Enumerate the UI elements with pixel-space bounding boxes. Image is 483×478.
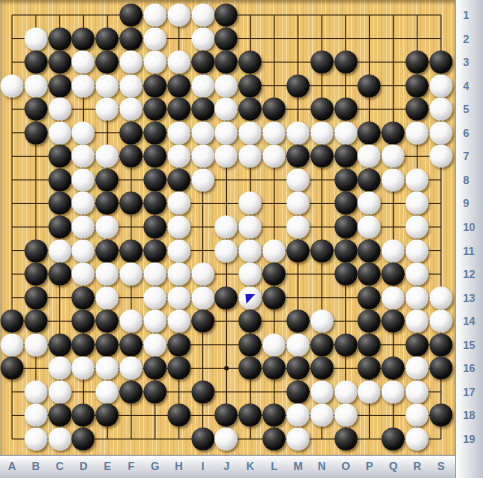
white-stone: [143, 27, 166, 50]
white-stone: [310, 380, 333, 403]
column-label: A: [8, 460, 16, 472]
black-stone: [310, 98, 333, 121]
black-stone: [263, 263, 286, 286]
black-stone: [48, 74, 71, 97]
white-stone: [406, 121, 429, 144]
black-stone: [48, 51, 71, 74]
white-stone: [286, 216, 309, 239]
black-stone: [48, 27, 71, 50]
white-stone: [143, 310, 166, 333]
black-stone: [215, 27, 238, 50]
white-stone: [239, 192, 262, 215]
black-stone: [143, 192, 166, 215]
white-stone: [286, 192, 309, 215]
black-stone: [310, 333, 333, 356]
black-stone: [120, 239, 143, 262]
black-stone: [263, 404, 286, 427]
white-stone: [358, 216, 381, 239]
row-label: 18: [463, 409, 475, 421]
black-stone: [429, 404, 452, 427]
white-stone: [358, 380, 381, 403]
black-stone: [96, 168, 119, 191]
black-stone: [334, 263, 357, 286]
black-stone: [239, 74, 262, 97]
black-stone: [239, 98, 262, 121]
black-stone: [286, 145, 309, 168]
white-stone: [167, 216, 190, 239]
black-stone: [429, 51, 452, 74]
white-stone: [72, 216, 95, 239]
column-label: L: [271, 460, 278, 472]
black-stone: [406, 333, 429, 356]
white-stone: [167, 4, 190, 27]
white-stone: [1, 74, 24, 97]
white-stone: [167, 51, 190, 74]
column-label: P: [366, 460, 373, 472]
white-stone: [143, 4, 166, 27]
black-stone: [24, 239, 47, 262]
white-stone: [334, 404, 357, 427]
white-stone: [215, 98, 238, 121]
black-stone: [215, 404, 238, 427]
black-stone: [358, 121, 381, 144]
black-stone: [48, 145, 71, 168]
black-stone: [215, 51, 238, 74]
black-stone: [382, 121, 405, 144]
column-label: Q: [389, 460, 398, 472]
row-label: 3: [463, 56, 469, 68]
black-stone: [96, 404, 119, 427]
black-stone: [167, 357, 190, 380]
black-stone: [191, 428, 214, 451]
black-stone: [48, 216, 71, 239]
column-label: M: [293, 460, 302, 472]
column-label: B: [32, 460, 40, 472]
row-label: 4: [463, 80, 469, 92]
white-stone: [263, 333, 286, 356]
white-stone: [239, 263, 262, 286]
white-stone: [72, 51, 95, 74]
white-stone: [1, 333, 24, 356]
black-stone: [334, 192, 357, 215]
black-stone: [358, 357, 381, 380]
white-stone: [406, 404, 429, 427]
white-stone: [143, 51, 166, 74]
black-stone: [96, 310, 119, 333]
white-stone: [382, 168, 405, 191]
white-stone: [48, 380, 71, 403]
column-label: E: [104, 460, 111, 472]
white-stone: [191, 4, 214, 27]
row-label: 1: [463, 9, 469, 21]
black-stone: [72, 27, 95, 50]
row-label: 14: [463, 315, 475, 327]
black-stone: [120, 4, 143, 27]
black-stone: [310, 51, 333, 74]
black-stone: [286, 74, 309, 97]
black-stone: [167, 333, 190, 356]
white-stone: [143, 286, 166, 309]
black-stone: [143, 239, 166, 262]
white-stone: [191, 168, 214, 191]
white-stone: [215, 121, 238, 144]
black-stone: [429, 357, 452, 380]
white-stone: [429, 98, 452, 121]
black-stone: [239, 51, 262, 74]
white-stone: [48, 357, 71, 380]
white-stone: [382, 145, 405, 168]
white-stone: [310, 310, 333, 333]
white-stone: [358, 145, 381, 168]
white-stone: [406, 380, 429, 403]
black-stone: [358, 168, 381, 191]
black-stone: [239, 404, 262, 427]
column-label: K: [246, 460, 254, 472]
column-label: F: [128, 460, 135, 472]
black-stone: [334, 51, 357, 74]
column-label: I: [201, 460, 204, 472]
white-stone: [96, 286, 119, 309]
row-label: 9: [463, 197, 469, 209]
white-stone: [96, 145, 119, 168]
black-stone: [358, 74, 381, 97]
white-stone: [358, 192, 381, 215]
black-stone: [48, 263, 71, 286]
black-stone: [143, 74, 166, 97]
black-stone: [24, 286, 47, 309]
black-stone: [382, 428, 405, 451]
black-stone: [167, 404, 190, 427]
white-stone: [24, 27, 47, 50]
column-label: D: [80, 460, 88, 472]
black-stone: [191, 380, 214, 403]
white-stone: [429, 74, 452, 97]
black-stone: [72, 333, 95, 356]
black-stone: [143, 98, 166, 121]
black-stone: [96, 51, 119, 74]
white-stone: [286, 428, 309, 451]
white-stone: [382, 286, 405, 309]
white-stone: [406, 192, 429, 215]
white-stone: [334, 121, 357, 144]
black-stone: [120, 27, 143, 50]
column-label: R: [413, 460, 421, 472]
white-stone: [382, 239, 405, 262]
white-stone: [167, 192, 190, 215]
white-stone: [286, 168, 309, 191]
white-stone: [96, 263, 119, 286]
black-stone: [334, 216, 357, 239]
white-stone: [215, 74, 238, 97]
black-stone: [334, 168, 357, 191]
row-coordinates-strip: 12345678910111213141516171819: [455, 0, 483, 478]
white-stone: [286, 333, 309, 356]
white-stone: [239, 145, 262, 168]
white-stone: [310, 404, 333, 427]
black-stone: [358, 286, 381, 309]
black-stone: [120, 145, 143, 168]
white-stone: [167, 310, 190, 333]
white-stone: [406, 263, 429, 286]
column-label: G: [151, 460, 160, 472]
black-stone: [191, 310, 214, 333]
black-stone: [286, 380, 309, 403]
white-stone: [120, 51, 143, 74]
black-stone: [191, 51, 214, 74]
black-stone: [24, 263, 47, 286]
white-stone: [72, 239, 95, 262]
white-stone: [263, 121, 286, 144]
black-stone: [143, 121, 166, 144]
black-stone: [1, 310, 24, 333]
column-label: N: [318, 460, 326, 472]
white-stone: [72, 74, 95, 97]
white-stone: [48, 239, 71, 262]
black-stone: [263, 357, 286, 380]
white-stone: [215, 216, 238, 239]
black-stone: [96, 239, 119, 262]
black-stone: [382, 310, 405, 333]
white-stone: [96, 74, 119, 97]
black-stone: [310, 145, 333, 168]
white-stone: [429, 310, 452, 333]
black-stone: [239, 333, 262, 356]
black-stone: [143, 380, 166, 403]
white-stone: [382, 380, 405, 403]
row-label: 7: [463, 150, 469, 162]
white-stone: [143, 333, 166, 356]
black-stone: [429, 333, 452, 356]
white-stone: [167, 121, 190, 144]
white-stone: [24, 380, 47, 403]
black-stone: [72, 286, 95, 309]
black-stone: [215, 4, 238, 27]
black-stone: [72, 310, 95, 333]
black-stone: [239, 310, 262, 333]
white-stone: [406, 286, 429, 309]
black-stone: [24, 98, 47, 121]
row-label: 10: [463, 221, 475, 233]
black-stone: [406, 74, 429, 97]
white-stone: [215, 428, 238, 451]
black-stone: [191, 98, 214, 121]
white-stone: [48, 428, 71, 451]
black-stone: [120, 121, 143, 144]
white-stone: [406, 310, 429, 333]
white-stone: [24, 333, 47, 356]
black-stone: [167, 74, 190, 97]
column-label: O: [341, 460, 350, 472]
row-label: 12: [463, 268, 475, 280]
black-stone: [24, 51, 47, 74]
white-stone: [406, 168, 429, 191]
black-stone: [406, 51, 429, 74]
black-stone: [143, 168, 166, 191]
white-stone: [406, 428, 429, 451]
black-stone: [358, 263, 381, 286]
white-stone: [24, 428, 47, 451]
black-stone: [239, 357, 262, 380]
black-stone: [406, 98, 429, 121]
white-stone: [191, 74, 214, 97]
black-stone: [358, 310, 381, 333]
black-stone: [48, 192, 71, 215]
black-stone: [215, 286, 238, 309]
black-stone: [263, 98, 286, 121]
go-board[interactable]: [0, 0, 455, 455]
white-stone: [263, 145, 286, 168]
black-stone: [310, 239, 333, 262]
row-label: 2: [463, 33, 469, 45]
black-stone: [120, 192, 143, 215]
black-stone: [358, 333, 381, 356]
black-stone: [334, 145, 357, 168]
black-stone: [24, 310, 47, 333]
white-stone: [191, 27, 214, 50]
white-stone: [215, 239, 238, 262]
white-stone: [72, 263, 95, 286]
row-label: 19: [463, 433, 475, 445]
black-stone: [143, 216, 166, 239]
white-stone: [24, 74, 47, 97]
black-stone: [286, 239, 309, 262]
white-stone: [429, 145, 452, 168]
white-stone: [406, 239, 429, 262]
white-stone: [310, 121, 333, 144]
column-label: H: [175, 460, 183, 472]
white-stone: [239, 216, 262, 239]
column-coordinates-strip: ABCDEFGHIJKLMNOPQRS: [0, 455, 455, 478]
white-stone: [72, 121, 95, 144]
white-stone: [72, 192, 95, 215]
black-stone: [143, 357, 166, 380]
black-stone: [96, 333, 119, 356]
black-stone: [120, 380, 143, 403]
black-stone: [48, 333, 71, 356]
white-stone: [191, 145, 214, 168]
go-game-window: 12345678910111213141516171819 ABCDEFGHIJ…: [0, 0, 483, 478]
white-stone: [286, 404, 309, 427]
row-label: 15: [463, 339, 475, 351]
white-stone: [48, 121, 71, 144]
column-label: J: [223, 460, 229, 472]
row-label: 11: [463, 245, 475, 257]
white-stone: [167, 145, 190, 168]
white-stone: [120, 263, 143, 286]
white-stone: [48, 98, 71, 121]
white-stone: [72, 168, 95, 191]
row-label: 8: [463, 174, 469, 186]
black-stone: [167, 168, 190, 191]
column-label: C: [56, 460, 64, 472]
white-stone: [120, 74, 143, 97]
black-stone: [334, 239, 357, 262]
white-stone: [72, 145, 95, 168]
black-stone: [286, 310, 309, 333]
row-label: 6: [463, 127, 469, 139]
white-stone: [167, 263, 190, 286]
white-stone: [191, 121, 214, 144]
white-stone: [429, 286, 452, 309]
black-stone: [1, 357, 24, 380]
white-stone: [167, 286, 190, 309]
white-stone: [167, 239, 190, 262]
black-stone: [334, 98, 357, 121]
white-stone: [120, 357, 143, 380]
white-stone: [120, 310, 143, 333]
white-stone: [96, 380, 119, 403]
white-stone: [191, 286, 214, 309]
row-label: 16: [463, 362, 475, 374]
black-stone: [167, 98, 190, 121]
black-stone: [310, 357, 333, 380]
black-stone: [24, 121, 47, 144]
black-stone: [48, 168, 71, 191]
white-stone: [143, 263, 166, 286]
white-stone: [406, 357, 429, 380]
white-stone: [429, 121, 452, 144]
black-stone: [96, 192, 119, 215]
white-stone: [406, 216, 429, 239]
black-stone: [263, 428, 286, 451]
black-stone: [72, 404, 95, 427]
white-stone: [215, 145, 238, 168]
white-stone: [239, 239, 262, 262]
white-stone: [72, 357, 95, 380]
black-stone: [334, 428, 357, 451]
row-label: 17: [463, 386, 475, 398]
white-stone: [120, 98, 143, 121]
white-stone: [286, 121, 309, 144]
black-stone: [358, 239, 381, 262]
black-stone: [382, 263, 405, 286]
row-label: 5: [463, 103, 469, 115]
black-stone: [263, 286, 286, 309]
black-stone: [286, 357, 309, 380]
white-stone: [96, 98, 119, 121]
black-stone: [48, 404, 71, 427]
white-stone: [239, 121, 262, 144]
white-stone: [96, 216, 119, 239]
black-stone: [334, 333, 357, 356]
black-stone: [382, 357, 405, 380]
white-stone: [96, 357, 119, 380]
black-stone: [143, 145, 166, 168]
black-stone: [96, 27, 119, 50]
white-stone: [334, 380, 357, 403]
white-stone: [191, 263, 214, 286]
column-label: S: [437, 460, 444, 472]
white-stone: [24, 404, 47, 427]
black-stone: [120, 333, 143, 356]
black-stone: [72, 428, 95, 451]
white-stone: [263, 239, 286, 262]
row-label: 13: [463, 292, 475, 304]
